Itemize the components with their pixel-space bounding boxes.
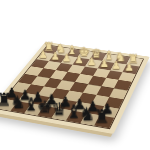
chess-board-frame: ♜♞♝♚♛♝♞♜♟♟♟♟♟♟♟♟♟♟♟♟♟♟♟♟♜♞♝♚♛♝♞♜: [0, 42, 150, 134]
piece-wP[interactable]: ♟: [99, 58, 108, 69]
piece-wP[interactable]: ♟: [39, 49, 48, 59]
square-r1c7[interactable]: ♟: [123, 65, 140, 74]
square-r4c1[interactable]: [31, 76, 50, 86]
piece-wP[interactable]: ♟: [50, 51, 59, 61]
piece-wP[interactable]: ♟: [112, 60, 122, 71]
piece-wP[interactable]: ♟: [87, 56, 96, 67]
piece-bR[interactable]: ♜: [94, 108, 110, 126]
square-r7c7[interactable]: ♜: [94, 116, 114, 129]
chess-board-playfield: ♜♞♝♚♛♝♞♜♟♟♟♟♟♟♟♟♟♟♟♟♟♟♟♟♜♞♝♚♛♝♞♜: [0, 45, 144, 129]
photo-scene: ♜♞♝♚♛♝♞♜♟♟♟♟♟♟♟♟♟♟♟♟♟♟♟♟♜♞♝♚♛♝♞♜: [0, 0, 150, 150]
chess-board[interactable]: ♜♞♝♚♛♝♞♜♟♟♟♟♟♟♟♟♟♟♟♟♟♟♟♟♜♞♝♚♛♝♞♜: [0, 45, 143, 128]
piece-wP[interactable]: ♟: [75, 54, 84, 64]
piece-wP[interactable]: ♟: [63, 53, 72, 63]
piece-bQ[interactable]: ♛: [51, 101, 67, 119]
square-r4c7[interactable]: [110, 88, 128, 99]
piece-wP[interactable]: ♟: [125, 62, 135, 73]
